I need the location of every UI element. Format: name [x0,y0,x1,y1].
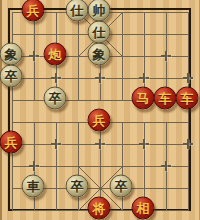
advisor-glyph: 仕 [93,26,106,39]
pawn-glyph: 兵 [5,136,18,149]
piece-olive-chariot[interactable]: 車 [22,175,45,198]
piece-olive-pawn[interactable]: 卒 [110,175,133,198]
piece-red-elephant[interactable]: 相 [132,197,155,220]
elephant-glyph: 象 [5,48,18,61]
elephant-glyph: 象 [93,48,106,61]
general-glyph: 将 [93,202,106,215]
chariot-glyph: 車 [27,180,40,193]
piece-red-cannon[interactable]: 炮 [44,43,67,66]
piece-red-pawn[interactable]: 兵 [88,109,111,132]
piece-red-pawn[interactable]: 兵 [0,131,23,154]
advisor-glyph: 仕 [71,4,84,17]
pawn-glyph: 兵 [93,114,106,127]
piece-olive-pawn[interactable]: 卒 [44,87,67,110]
chariot-glyph: 车 [159,92,172,105]
chariot-glyph: 车 [181,92,194,105]
pawn-glyph: 卒 [5,70,18,83]
piece-red-general[interactable]: 将 [88,197,111,220]
piece-olive-advisor[interactable]: 仕 [88,21,111,44]
pawn-glyph: 卒 [49,92,62,105]
piece-olive-pawn[interactable]: 卒 [66,175,89,198]
general-glyph: 帅 [93,4,106,17]
xiangqi-board[interactable]: 兵仕帅仕象炮象卒卒马车车兵兵車卒卒将相 [0,0,200,220]
pawn-glyph: 卒 [115,180,128,193]
pawn-glyph: 兵 [27,4,40,17]
piece-red-chariot[interactable]: 车 [154,87,177,110]
piece-red-horse[interactable]: 马 [132,87,155,110]
cannon-glyph: 炮 [49,48,62,61]
elephant-glyph: 相 [137,202,150,215]
piece-olive-elephant[interactable]: 象 [0,43,23,66]
piece-olive-pawn[interactable]: 卒 [0,65,23,88]
piece-red-chariot[interactable]: 车 [176,87,199,110]
piece-olive-elephant[interactable]: 象 [88,43,111,66]
pawn-glyph: 卒 [71,180,84,193]
horse-glyph: 马 [137,92,150,105]
